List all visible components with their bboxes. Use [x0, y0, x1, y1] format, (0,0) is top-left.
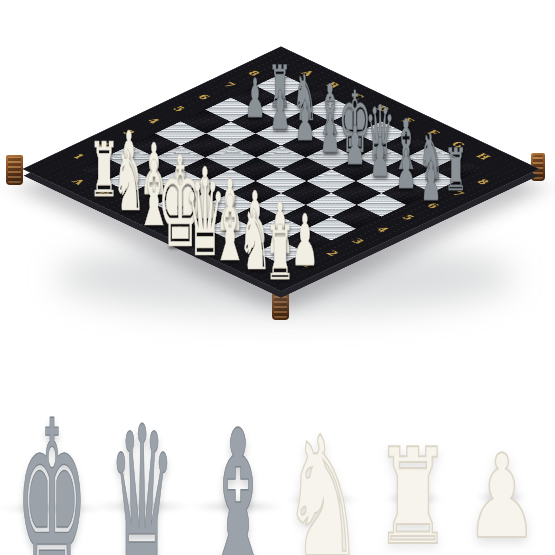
- product-photo: AA11BB22CC33DD44EE55FF66GG77HH88 ♜♞♝♚♛♝♞…: [0, 0, 555, 555]
- coordinate-label: H: [474, 152, 493, 161]
- coordinate-label: 5: [170, 105, 187, 113]
- coordinate-label: 7: [221, 81, 238, 89]
- coordinate-label: 1: [70, 152, 87, 160]
- coordinate-label: 4: [145, 117, 162, 125]
- coordinate-label: 2: [324, 249, 341, 257]
- coordinate-label: A: [70, 177, 88, 185]
- coordinate-label: 8: [475, 178, 492, 186]
- coordinate-label: 5: [400, 213, 417, 221]
- coordinate-label: 4: [374, 225, 391, 233]
- coordinate-label: 3: [349, 237, 366, 245]
- coordinate-label: 6: [196, 93, 213, 101]
